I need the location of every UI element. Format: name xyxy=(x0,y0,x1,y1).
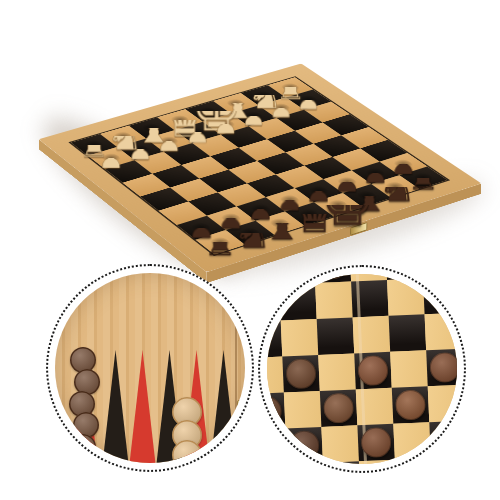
chess-board: ♜♟♟♜♞♟♟♞♝♟♟♝♚♟♟♚♛♟♟♛♝♟♟♝♞♟♟♞♜♟♟♜ xyxy=(39,63,482,272)
square-a4 xyxy=(123,174,170,197)
product-photo: ♜♟♟♜♞♟♟♞♝♟♟♝♚♟♟♚♛♟♟♛♝♟♟♝♞♟♟♞♜♟♟♜ xyxy=(0,0,500,500)
checkers-square xyxy=(278,274,316,285)
backgammon-inset-circle xyxy=(46,264,254,472)
square-h5 xyxy=(341,127,388,148)
checkers-inset-circle xyxy=(258,265,466,473)
checkers-square xyxy=(395,458,433,464)
checkers-square xyxy=(318,353,356,391)
backgammon-checker-dark-checkers xyxy=(70,434,96,460)
checkers-square xyxy=(423,277,457,315)
checkers-square xyxy=(387,278,425,316)
checkers-square xyxy=(393,422,431,460)
checkers-square xyxy=(287,463,325,464)
checkers-square xyxy=(425,313,457,351)
checkers-square xyxy=(315,281,353,319)
checkers-square xyxy=(267,428,287,464)
backgammon-point-3 xyxy=(129,350,156,463)
checkers-square xyxy=(421,274,457,278)
checkers-square xyxy=(321,425,359,463)
checkers-square xyxy=(281,319,319,357)
checkers-square xyxy=(389,314,427,352)
checkers-man xyxy=(289,430,320,461)
checkers-square xyxy=(323,461,361,464)
backgammon-checker-light-checkers xyxy=(172,440,202,463)
checkers-square xyxy=(267,357,284,395)
checkers-square xyxy=(284,391,322,429)
checkers-grid xyxy=(267,274,457,464)
backgammon-point-6 xyxy=(210,350,237,463)
wood-seam xyxy=(235,273,237,463)
checkers-square xyxy=(317,317,355,355)
checkers-square xyxy=(267,274,279,286)
checkers-square xyxy=(267,285,281,323)
checkers-photo xyxy=(267,274,457,464)
checkers-square xyxy=(428,385,457,423)
checkers-square xyxy=(429,421,457,459)
brass-hinge-icon xyxy=(237,400,245,424)
backgammon-point-2 xyxy=(102,350,129,463)
checkers-square xyxy=(390,350,428,388)
square-d4 xyxy=(210,148,257,170)
checkers-square xyxy=(279,283,317,321)
checkers-square xyxy=(431,457,457,464)
backgammon-photo xyxy=(55,273,245,463)
